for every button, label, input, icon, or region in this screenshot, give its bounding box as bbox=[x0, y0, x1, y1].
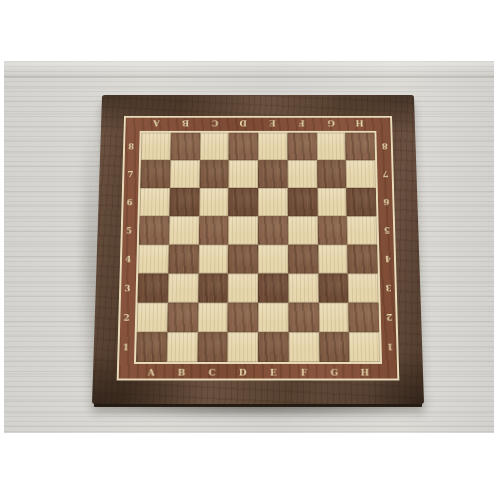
square-h7 bbox=[346, 160, 376, 188]
coordinate-label: 4 bbox=[120, 245, 137, 274]
square-e8 bbox=[258, 133, 287, 161]
square-b8 bbox=[170, 133, 200, 161]
coordinate-label: 3 bbox=[119, 273, 136, 302]
square-e3 bbox=[258, 273, 288, 302]
coordinate-label: 6 bbox=[121, 188, 138, 216]
coordinate-label: 1 bbox=[381, 332, 399, 362]
square-e4 bbox=[258, 245, 288, 274]
square-b6 bbox=[169, 188, 199, 216]
coordinate-label: F bbox=[289, 364, 320, 381]
square-a8 bbox=[141, 133, 171, 161]
coordinate-label: H bbox=[350, 364, 381, 381]
square-d2 bbox=[228, 303, 258, 333]
square-h1 bbox=[349, 332, 380, 362]
coordinate-label: B bbox=[171, 116, 200, 131]
square-h5 bbox=[347, 216, 377, 244]
square-g8 bbox=[316, 133, 346, 161]
square-h6 bbox=[346, 188, 376, 216]
square-c1 bbox=[197, 332, 228, 362]
coordinate-label: 8 bbox=[376, 133, 393, 161]
square-g1 bbox=[319, 332, 350, 362]
coordinate-label: C bbox=[197, 364, 228, 381]
coordinate-label: E bbox=[258, 364, 289, 381]
square-d6 bbox=[228, 188, 258, 216]
square-c5 bbox=[198, 216, 228, 244]
coordinate-label: 2 bbox=[381, 303, 398, 333]
square-g5 bbox=[317, 216, 347, 244]
square-d3 bbox=[228, 273, 258, 302]
square-d1 bbox=[228, 332, 258, 362]
square-d4 bbox=[228, 245, 258, 274]
square-g7 bbox=[317, 160, 347, 188]
square-f5 bbox=[288, 216, 318, 244]
square-c4 bbox=[198, 245, 228, 274]
square-h3 bbox=[348, 273, 379, 302]
square-f2 bbox=[288, 303, 318, 333]
coordinate-label: 6 bbox=[378, 188, 395, 216]
square-f1 bbox=[288, 332, 319, 362]
chess-board: ABCDEFGH ABCDEFGH 87654321 87654321 bbox=[92, 95, 424, 404]
coordinate-label: H bbox=[345, 116, 374, 131]
coordinate-label: C bbox=[200, 116, 229, 131]
square-d5 bbox=[228, 216, 258, 244]
square-c6 bbox=[199, 188, 229, 216]
coordinate-label: 7 bbox=[122, 160, 139, 188]
coordinate-label: 8 bbox=[123, 133, 140, 161]
coordinate-label: G bbox=[319, 364, 350, 381]
square-e7 bbox=[258, 160, 287, 188]
square-e1 bbox=[258, 332, 288, 362]
square-g3 bbox=[318, 273, 348, 302]
coordinate-label: 2 bbox=[118, 303, 135, 333]
square-f7 bbox=[287, 160, 317, 188]
square-b2 bbox=[167, 303, 198, 333]
coordinate-label: F bbox=[287, 116, 316, 131]
file-labels-bottom: ABCDEFGH bbox=[136, 364, 381, 381]
square-h8 bbox=[345, 133, 375, 161]
square-f3 bbox=[288, 273, 318, 302]
coordinate-label: B bbox=[166, 364, 197, 381]
square-f8 bbox=[287, 133, 316, 161]
coordinate-label: 7 bbox=[377, 160, 394, 188]
square-h4 bbox=[347, 245, 377, 274]
square-e2 bbox=[258, 303, 288, 333]
coordinate-label: 5 bbox=[378, 216, 395, 244]
coordinate-label: 1 bbox=[117, 332, 135, 362]
square-a1 bbox=[136, 332, 167, 362]
coordinate-label: E bbox=[258, 116, 287, 131]
square-a2 bbox=[137, 303, 168, 333]
square-g2 bbox=[318, 303, 349, 333]
square-c8 bbox=[199, 133, 228, 161]
square-e5 bbox=[258, 216, 288, 244]
square-b7 bbox=[170, 160, 200, 188]
square-b4 bbox=[168, 245, 198, 274]
coordinate-label: A bbox=[136, 364, 167, 381]
square-f6 bbox=[287, 188, 317, 216]
square-b1 bbox=[167, 332, 198, 362]
square-a4 bbox=[138, 245, 168, 274]
coordinate-label: 4 bbox=[379, 245, 396, 274]
square-f4 bbox=[288, 245, 318, 274]
square-h2 bbox=[348, 303, 379, 333]
coordinate-label: D bbox=[227, 364, 258, 381]
square-c7 bbox=[199, 160, 229, 188]
square-a6 bbox=[140, 188, 170, 216]
square-g6 bbox=[317, 188, 347, 216]
square-d7 bbox=[229, 160, 258, 188]
coordinate-label: G bbox=[316, 116, 345, 131]
square-d8 bbox=[229, 133, 258, 161]
coordinate-label: 5 bbox=[120, 216, 137, 244]
board-outer-frame: ABCDEFGH ABCDEFGH 87654321 87654321 bbox=[92, 95, 424, 404]
file-labels-top: ABCDEFGH bbox=[142, 116, 375, 131]
board-field bbox=[136, 133, 380, 362]
coordinate-label: 3 bbox=[380, 273, 397, 302]
square-b5 bbox=[169, 216, 199, 244]
square-a3 bbox=[137, 273, 168, 302]
square-b3 bbox=[168, 273, 198, 302]
square-g4 bbox=[318, 245, 348, 274]
square-a5 bbox=[139, 216, 169, 244]
square-a7 bbox=[140, 160, 170, 188]
square-c3 bbox=[198, 273, 228, 302]
coordinate-label: A bbox=[142, 116, 171, 131]
playing-field-frame bbox=[134, 131, 382, 364]
square-c2 bbox=[197, 303, 227, 333]
square-e6 bbox=[258, 188, 288, 216]
coordinate-label: D bbox=[229, 116, 258, 131]
